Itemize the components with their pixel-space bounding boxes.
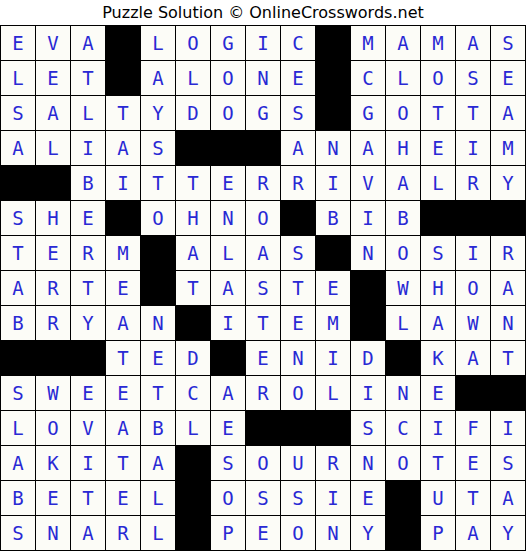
letter-cell-r9c9: E xyxy=(281,306,315,340)
letter-cell-r8c14: O xyxy=(456,271,490,305)
letter-cell-r11c8: R xyxy=(246,376,280,410)
letter-cell-r1c6: O xyxy=(176,26,210,60)
letter-cell-r1c12: A xyxy=(386,26,420,60)
letter-cell-r13c14: E xyxy=(456,446,490,480)
letter-cell-r4c11: A xyxy=(351,131,385,165)
letter-cell-r8c15: A xyxy=(491,271,525,305)
letter-cell-r2c9: E xyxy=(281,61,315,95)
letter-cell-r9c8: T xyxy=(246,306,280,340)
letter-cell-r10c13: K xyxy=(421,341,455,375)
black-cell-r12c8 xyxy=(246,411,280,445)
letter-cell-r15c14: A xyxy=(456,516,490,550)
letter-cell-r1c11: M xyxy=(351,26,385,60)
letter-cell-r5c6: T xyxy=(176,166,210,200)
letter-cell-r15c9: O xyxy=(281,516,315,550)
black-cell-r2c4 xyxy=(106,61,140,95)
letter-cell-r13c11: N xyxy=(351,446,385,480)
letter-cell-r9c13: A xyxy=(421,306,455,340)
letter-cell-r7c11: N xyxy=(351,236,385,270)
letter-cell-r8c6: T xyxy=(176,271,210,305)
letter-cell-r7c1: T xyxy=(1,236,35,270)
letter-cell-r14c8: S xyxy=(246,481,280,515)
letter-cell-r13c7: S xyxy=(211,446,245,480)
letter-cell-r13c10: R xyxy=(316,446,350,480)
letter-cell-r13c5: A xyxy=(141,446,175,480)
letter-cell-r12c12: C xyxy=(386,411,420,445)
letter-cell-r11c11: I xyxy=(351,376,385,410)
black-cell-r6c4 xyxy=(106,201,140,235)
letter-cell-r14c3: T xyxy=(71,481,105,515)
black-cell-r8c11 xyxy=(351,271,385,305)
black-cell-r11c14 xyxy=(456,376,490,410)
letter-cell-r10c9: N xyxy=(281,341,315,375)
letter-cell-r14c9: S xyxy=(281,481,315,515)
letter-cell-r7c14: I xyxy=(456,236,490,270)
letter-cell-r5c4: I xyxy=(106,166,140,200)
letter-cell-r15c8: E xyxy=(246,516,280,550)
letter-cell-r5c15: Y xyxy=(491,166,525,200)
letter-cell-r3c11: G xyxy=(351,96,385,130)
letter-cell-r4c14: I xyxy=(456,131,490,165)
letter-cell-r3c15: A xyxy=(491,96,525,130)
letter-cell-r3c6: D xyxy=(176,96,210,130)
letter-cell-r14c13: U xyxy=(421,481,455,515)
letter-cell-r9c10: M xyxy=(316,306,350,340)
letter-cell-r5c14: R xyxy=(456,166,490,200)
letter-cell-r2c14: S xyxy=(456,61,490,95)
letter-cell-r7c12: O xyxy=(386,236,420,270)
letter-cell-r3c8: G xyxy=(246,96,280,130)
letter-cell-r7c15: R xyxy=(491,236,525,270)
letter-cell-r13c13: T xyxy=(421,446,455,480)
letter-cell-r1c9: C xyxy=(281,26,315,60)
letter-cell-r2c2: E xyxy=(36,61,70,95)
black-cell-r4c7 xyxy=(211,131,245,165)
black-cell-r7c10 xyxy=(316,236,350,270)
letter-cell-r9c7: I xyxy=(211,306,245,340)
letter-cell-r15c13: P xyxy=(421,516,455,550)
letter-cell-r6c5: O xyxy=(141,201,175,235)
letter-cell-r2c11: C xyxy=(351,61,385,95)
letter-cell-r5c11: V xyxy=(351,166,385,200)
letter-cell-r11c3: E xyxy=(71,376,105,410)
letter-cell-r10c14: A xyxy=(456,341,490,375)
letter-cell-r4c10: N xyxy=(316,131,350,165)
letter-cell-r2c3: T xyxy=(71,61,105,95)
black-cell-r12c9 xyxy=(281,411,315,445)
letter-cell-r15c4: R xyxy=(106,516,140,550)
letter-cell-r3c4: T xyxy=(106,96,140,130)
letter-cell-r12c7: E xyxy=(211,411,245,445)
letter-cell-r2c1: L xyxy=(1,61,35,95)
letter-cell-r5c9: R xyxy=(281,166,315,200)
letter-cell-r14c4: E xyxy=(106,481,140,515)
letter-cell-r7c2: E xyxy=(36,236,70,270)
letter-cell-r1c3: A xyxy=(71,26,105,60)
letter-cell-r5c10: I xyxy=(316,166,350,200)
letter-cell-r6c12: B xyxy=(386,201,420,235)
letter-cell-r14c11: E xyxy=(351,481,385,515)
letter-cell-r4c5: S xyxy=(141,131,175,165)
letter-cell-r11c13: E xyxy=(421,376,455,410)
letter-cell-r14c1: B xyxy=(1,481,35,515)
letter-cell-r3c12: O xyxy=(386,96,420,130)
letter-cell-r11c1: S xyxy=(1,376,35,410)
letter-cell-r7c4: M xyxy=(106,236,140,270)
letter-cell-r11c7: A xyxy=(211,376,245,410)
black-cell-r6c9 xyxy=(281,201,315,235)
letter-cell-r6c2: H xyxy=(36,201,70,235)
letter-cell-r1c15: S xyxy=(491,26,525,60)
letter-cell-r8c3: T xyxy=(71,271,105,305)
letter-cell-r8c2: R xyxy=(36,271,70,305)
letter-cell-r10c11: D xyxy=(351,341,385,375)
letter-cell-r5c8: R xyxy=(246,166,280,200)
letter-cell-r12c3: V xyxy=(71,411,105,445)
letter-cell-r8c13: H xyxy=(421,271,455,305)
letter-cell-r3c9: S xyxy=(281,96,315,130)
letter-cell-r15c10: N xyxy=(316,516,350,550)
letter-cell-r10c8: E xyxy=(246,341,280,375)
letter-cell-r8c10: E xyxy=(316,271,350,305)
letter-cell-r2c12: L xyxy=(386,61,420,95)
letter-cell-r3c1: S xyxy=(1,96,35,130)
letter-cell-r1c5: L xyxy=(141,26,175,60)
letter-cell-r12c13: I xyxy=(421,411,455,445)
letter-cell-r12c4: A xyxy=(106,411,140,445)
letter-cell-r1c13: M xyxy=(421,26,455,60)
letter-cell-r10c10: I xyxy=(316,341,350,375)
letter-cell-r4c15: M xyxy=(491,131,525,165)
letter-cell-r9c12: L xyxy=(386,306,420,340)
black-cell-r4c8 xyxy=(246,131,280,165)
black-cell-r14c6 xyxy=(176,481,210,515)
letter-cell-r1c14: A xyxy=(456,26,490,60)
black-cell-r5c2 xyxy=(36,166,70,200)
black-cell-r11c15 xyxy=(491,376,525,410)
letter-cell-r15c5: L xyxy=(141,516,175,550)
black-cell-r6c15 xyxy=(491,201,525,235)
letter-cell-r13c8: O xyxy=(246,446,280,480)
letter-cell-r5c13: L xyxy=(421,166,455,200)
letter-cell-r15c15: Y xyxy=(491,516,525,550)
letter-cell-r8c4: E xyxy=(106,271,140,305)
letter-cell-r12c1: L xyxy=(1,411,35,445)
letter-cell-r9c1: B xyxy=(1,306,35,340)
black-cell-r10c3 xyxy=(71,341,105,375)
letter-cell-r4c4: A xyxy=(106,131,140,165)
letter-cell-r1c1: E xyxy=(1,26,35,60)
black-cell-r1c10 xyxy=(316,26,350,60)
black-cell-r2c10 xyxy=(316,61,350,95)
crossword-grid: EVALOGICMAMASLETALONECLOSESALTYDOGSGOTTA… xyxy=(0,25,526,551)
letter-cell-r14c5: L xyxy=(141,481,175,515)
black-cell-r9c11 xyxy=(351,306,385,340)
letter-cell-r8c12: W xyxy=(386,271,420,305)
letter-cell-r2c5: A xyxy=(141,61,175,95)
letter-cell-r11c12: N xyxy=(386,376,420,410)
letter-cell-r5c7: E xyxy=(211,166,245,200)
letter-cell-r7c3: R xyxy=(71,236,105,270)
letter-cell-r6c3: E xyxy=(71,201,105,235)
letter-cell-r12c6: L xyxy=(176,411,210,445)
letter-cell-r11c4: E xyxy=(106,376,140,410)
letter-cell-r10c6: D xyxy=(176,341,210,375)
letter-cell-r6c1: S xyxy=(1,201,35,235)
black-cell-r14c12 xyxy=(386,481,420,515)
puzzle-solution-page: Puzzle Solution © OnlineCrosswords.net E… xyxy=(0,0,526,551)
letter-cell-r11c6: C xyxy=(176,376,210,410)
letter-cell-r10c5: E xyxy=(141,341,175,375)
black-cell-r9c6 xyxy=(176,306,210,340)
letter-cell-r14c14: T xyxy=(456,481,490,515)
letter-cell-r3c3: L xyxy=(71,96,105,130)
letter-cell-r6c8: O xyxy=(246,201,280,235)
letter-cell-r13c1: A xyxy=(1,446,35,480)
letter-cell-r4c2: L xyxy=(36,131,70,165)
letter-cell-r4c1: A xyxy=(1,131,35,165)
black-cell-r4c6 xyxy=(176,131,210,165)
letter-cell-r3c5: Y xyxy=(141,96,175,130)
letter-cell-r13c3: I xyxy=(71,446,105,480)
letter-cell-r2c6: L xyxy=(176,61,210,95)
letter-cell-r6c11: I xyxy=(351,201,385,235)
letter-cell-r8c8: S xyxy=(246,271,280,305)
letter-cell-r7c6: A xyxy=(176,236,210,270)
letter-cell-r15c3: A xyxy=(71,516,105,550)
letter-cell-r15c2: N xyxy=(36,516,70,550)
letter-cell-r8c9: T xyxy=(281,271,315,305)
letter-cell-r7c7: L xyxy=(211,236,245,270)
letter-cell-r15c11: Y xyxy=(351,516,385,550)
letter-cell-r3c2: A xyxy=(36,96,70,130)
letter-cell-r4c12: H xyxy=(386,131,420,165)
letter-cell-r11c5: T xyxy=(141,376,175,410)
letter-cell-r4c9: A xyxy=(281,131,315,165)
letter-cell-r15c1: S xyxy=(1,516,35,550)
letter-cell-r2c8: N xyxy=(246,61,280,95)
letter-cell-r7c9: S xyxy=(281,236,315,270)
letter-cell-r12c14: F xyxy=(456,411,490,445)
letter-cell-r9c3: Y xyxy=(71,306,105,340)
letter-cell-r9c15: N xyxy=(491,306,525,340)
black-cell-r8c5 xyxy=(141,271,175,305)
black-cell-r10c12 xyxy=(386,341,420,375)
black-cell-r10c7 xyxy=(211,341,245,375)
letter-cell-r14c7: O xyxy=(211,481,245,515)
black-cell-r6c14 xyxy=(456,201,490,235)
letter-cell-r7c8: A xyxy=(246,236,280,270)
letter-cell-r8c1: A xyxy=(1,271,35,305)
black-cell-r7c5 xyxy=(141,236,175,270)
letter-cell-r13c15: S xyxy=(491,446,525,480)
letter-cell-r2c13: O xyxy=(421,61,455,95)
letter-cell-r14c2: E xyxy=(36,481,70,515)
letter-cell-r3c14: T xyxy=(456,96,490,130)
black-cell-r10c2 xyxy=(36,341,70,375)
letter-cell-r13c9: U xyxy=(281,446,315,480)
black-cell-r10c1 xyxy=(1,341,35,375)
letter-cell-r15c7: P xyxy=(211,516,245,550)
letter-cell-r10c4: T xyxy=(106,341,140,375)
letter-cell-r14c10: I xyxy=(316,481,350,515)
black-cell-r15c6 xyxy=(176,516,210,550)
letter-cell-r5c3: B xyxy=(71,166,105,200)
letter-cell-r9c14: W xyxy=(456,306,490,340)
black-cell-r12c10 xyxy=(316,411,350,445)
letter-cell-r6c7: N xyxy=(211,201,245,235)
letter-cell-r9c2: R xyxy=(36,306,70,340)
letter-cell-r1c2: V xyxy=(36,26,70,60)
black-cell-r5c1 xyxy=(1,166,35,200)
letter-cell-r13c12: O xyxy=(386,446,420,480)
letter-cell-r9c4: A xyxy=(106,306,140,340)
letter-cell-r14c15: A xyxy=(491,481,525,515)
letter-cell-r6c6: H xyxy=(176,201,210,235)
page-title: Puzzle Solution © OnlineCrosswords.net xyxy=(0,0,526,25)
letter-cell-r12c15: I xyxy=(491,411,525,445)
letter-cell-r9c5: N xyxy=(141,306,175,340)
letter-cell-r1c7: G xyxy=(211,26,245,60)
letter-cell-r13c4: T xyxy=(106,446,140,480)
letter-cell-r11c10: L xyxy=(316,376,350,410)
letter-cell-r11c2: W xyxy=(36,376,70,410)
letter-cell-r4c13: E xyxy=(421,131,455,165)
letter-cell-r6c10: B xyxy=(316,201,350,235)
letter-cell-r2c7: O xyxy=(211,61,245,95)
letter-cell-r12c11: S xyxy=(351,411,385,445)
letter-cell-r4c3: I xyxy=(71,131,105,165)
letter-cell-r10c15: T xyxy=(491,341,525,375)
letter-cell-r12c2: O xyxy=(36,411,70,445)
black-cell-r15c12 xyxy=(386,516,420,550)
black-cell-r6c13 xyxy=(421,201,455,235)
letter-cell-r3c7: O xyxy=(211,96,245,130)
letter-cell-r13c2: K xyxy=(36,446,70,480)
black-cell-r13c6 xyxy=(176,446,210,480)
black-cell-r1c4 xyxy=(106,26,140,60)
letter-cell-r1c8: I xyxy=(246,26,280,60)
black-cell-r3c10 xyxy=(316,96,350,130)
letter-cell-r5c12: A xyxy=(386,166,420,200)
letter-cell-r3c13: T xyxy=(421,96,455,130)
letter-cell-r8c7: A xyxy=(211,271,245,305)
letter-cell-r5c5: T xyxy=(141,166,175,200)
letter-cell-r12c5: B xyxy=(141,411,175,445)
letter-cell-r2c15: E xyxy=(491,61,525,95)
letter-cell-r7c13: S xyxy=(421,236,455,270)
letter-cell-r11c9: O xyxy=(281,376,315,410)
